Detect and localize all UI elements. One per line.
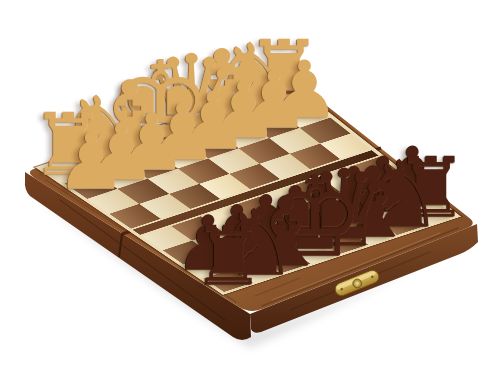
black-rook-h8[interactable]: ♜ (192, 215, 265, 296)
chess-set-photo: ♜♞♝♛♚♝♞♜♟♟♟♟♟♟♟♟♟♟♟♟♟♟♟♟♜♞♝♛♚♝♞♜ (0, 0, 500, 391)
pieces-layer: ♜♞♝♛♚♝♞♜♟♟♟♟♟♟♟♟♟♟♟♟♟♟♟♟♜♞♝♛♚♝♞♜ (0, 0, 500, 391)
white-pawn-h2[interactable]: ♟ (56, 123, 126, 201)
